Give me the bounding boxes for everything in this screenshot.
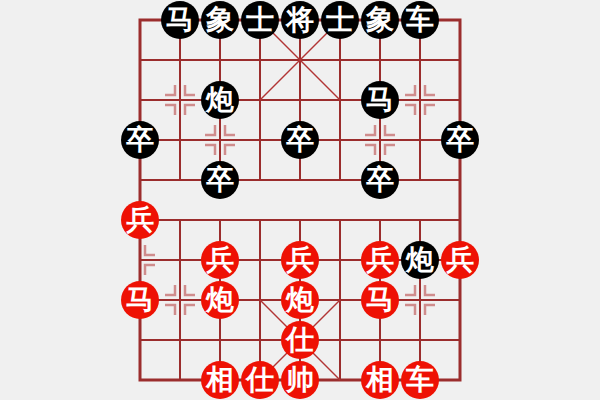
board-point[interactable]	[400, 320, 440, 360]
board-point[interactable]	[320, 360, 360, 400]
board-point[interactable]: 兵	[360, 240, 400, 280]
piece-black-general[interactable]: 将	[281, 1, 319, 39]
board-point[interactable]: 炮	[400, 240, 440, 280]
piece-black-elephant[interactable]: 象	[361, 1, 399, 39]
board-point[interactable]: 兵	[280, 240, 320, 280]
board-point[interactable]: 相	[360, 360, 400, 400]
board-point[interactable]: 卒	[200, 160, 240, 200]
board-point[interactable]	[120, 80, 160, 120]
piece-red-soldier[interactable]: 兵	[121, 201, 159, 239]
board-point[interactable]: 兵	[120, 200, 160, 240]
board-point[interactable]	[160, 120, 200, 160]
board-point[interactable]	[440, 160, 480, 200]
board-point[interactable]	[160, 360, 200, 400]
board-point[interactable]	[320, 240, 360, 280]
board-point[interactable]	[240, 240, 280, 280]
board-point[interactable]	[360, 320, 400, 360]
board-point[interactable]	[160, 280, 200, 320]
board-point[interactable]: 相	[200, 360, 240, 400]
board-point[interactable]: 象	[200, 0, 240, 40]
board-point[interactable]	[240, 320, 280, 360]
board-point[interactable]	[400, 120, 440, 160]
board-point[interactable]	[120, 40, 160, 80]
board-point[interactable]	[440, 0, 480, 40]
board-point[interactable]	[400, 160, 440, 200]
piece-red-cannon[interactable]: 炮	[281, 281, 319, 319]
board-point[interactable]	[400, 80, 440, 120]
board-point[interactable]: 马	[120, 280, 160, 320]
piece-red-chariot[interactable]: 车	[401, 361, 439, 399]
board-point[interactable]	[400, 280, 440, 320]
piece-black-elephant[interactable]: 象	[201, 1, 239, 39]
board-point[interactable]: 兵	[200, 240, 240, 280]
board-point[interactable]	[320, 120, 360, 160]
board-point[interactable]: 卒	[120, 120, 160, 160]
board-point[interactable]	[280, 160, 320, 200]
board-point[interactable]: 车	[400, 0, 440, 40]
board-point[interactable]	[240, 280, 280, 320]
board-point[interactable]	[120, 160, 160, 200]
piece-black-horse[interactable]: 马	[361, 81, 399, 119]
piece-red-soldier[interactable]: 兵	[441, 241, 479, 279]
piece-red-horse[interactable]: 马	[121, 281, 159, 319]
piece-red-horse[interactable]: 马	[361, 281, 399, 319]
board-point[interactable]	[320, 160, 360, 200]
piece-black-soldier[interactable]: 卒	[281, 121, 319, 159]
board-point[interactable]	[440, 280, 480, 320]
board-point[interactable]	[440, 200, 480, 240]
board-point[interactable]	[240, 160, 280, 200]
piece-red-advisor[interactable]: 仕	[281, 321, 319, 359]
piece-black-soldier[interactable]: 卒	[361, 161, 399, 199]
board-point[interactable]: 炮	[200, 280, 240, 320]
board-point[interactable]	[440, 40, 480, 80]
board-point[interactable]	[320, 280, 360, 320]
piece-black-soldier[interactable]: 卒	[441, 121, 479, 159]
board-point-grid: 马象士将士象车炮马卒卒卒卒卒兵兵兵兵炮兵马炮炮马仕相仕帅相车	[120, 0, 480, 400]
board-point[interactable]: 卒	[280, 120, 320, 160]
board-point[interactable]	[400, 200, 440, 240]
board-point[interactable]	[360, 120, 400, 160]
board-point[interactable]	[440, 320, 480, 360]
board-point[interactable]	[240, 80, 280, 120]
board-point[interactable]: 马	[360, 280, 400, 320]
board-point[interactable]: 仕	[240, 360, 280, 400]
piece-red-soldier[interactable]: 兵	[201, 241, 239, 279]
piece-black-soldier[interactable]: 卒	[121, 121, 159, 159]
board-point[interactable]	[440, 80, 480, 120]
board-point[interactable]	[200, 320, 240, 360]
board-point[interactable]	[280, 80, 320, 120]
board-point[interactable]: 仕	[280, 320, 320, 360]
board-point[interactable]: 士	[240, 0, 280, 40]
piece-black-chariot[interactable]: 车	[401, 1, 439, 39]
piece-red-cannon[interactable]: 炮	[201, 281, 239, 319]
board-point[interactable]: 象	[360, 0, 400, 40]
board-point[interactable]: 马	[360, 80, 400, 120]
board-point[interactable]: 卒	[360, 160, 400, 200]
board-point[interactable]	[160, 80, 200, 120]
board-point[interactable]	[160, 240, 200, 280]
board-point[interactable]: 兵	[440, 240, 480, 280]
piece-black-soldier[interactable]: 卒	[201, 161, 239, 199]
board-point[interactable]: 车	[400, 360, 440, 400]
board-point[interactable]: 马	[160, 0, 200, 40]
board-point[interactable]	[160, 200, 200, 240]
board-point[interactable]	[320, 80, 360, 120]
board-point[interactable]	[200, 200, 240, 240]
board-point[interactable]	[160, 160, 200, 200]
piece-black-cannon[interactable]: 炮	[401, 241, 439, 279]
board-point[interactable]	[360, 200, 400, 240]
piece-red-advisor[interactable]: 仕	[241, 361, 279, 399]
board-point[interactable]: 士	[320, 0, 360, 40]
board-point[interactable]	[280, 40, 320, 80]
board-point[interactable]: 炮	[280, 280, 320, 320]
board-point[interactable]	[160, 40, 200, 80]
piece-red-soldier[interactable]: 兵	[281, 241, 319, 279]
board-point[interactable]	[200, 40, 240, 80]
board-point[interactable]	[120, 240, 160, 280]
board-point[interactable]	[280, 200, 320, 240]
piece-black-horse[interactable]: 马	[161, 1, 199, 39]
board-point[interactable]	[320, 320, 360, 360]
board-point[interactable]	[360, 40, 400, 80]
board-point[interactable]	[320, 200, 360, 240]
board-point[interactable]	[320, 40, 360, 80]
piece-black-advisor[interactable]: 士	[321, 1, 359, 39]
board-point[interactable]	[120, 360, 160, 400]
piece-red-elephant[interactable]: 相	[361, 361, 399, 399]
board-point[interactable]: 帅	[280, 360, 320, 400]
board-point[interactable]: 卒	[440, 120, 480, 160]
board-point[interactable]	[240, 40, 280, 80]
board-point[interactable]: 将	[280, 0, 320, 40]
board-point[interactable]	[240, 200, 280, 240]
board-point[interactable]	[240, 120, 280, 160]
xiangqi-board: 马象士将士象车炮马卒卒卒卒卒兵兵兵兵炮兵马炮炮马仕相仕帅相车	[0, 0, 600, 400]
board-point[interactable]	[400, 40, 440, 80]
board-point[interactable]	[120, 320, 160, 360]
board-point[interactable]	[440, 360, 480, 400]
piece-black-cannon[interactable]: 炮	[201, 81, 239, 119]
board-point[interactable]	[200, 120, 240, 160]
piece-red-general[interactable]: 帅	[281, 361, 319, 399]
board-point[interactable]	[160, 320, 200, 360]
piece-red-elephant[interactable]: 相	[201, 361, 239, 399]
board-point[interactable]	[120, 0, 160, 40]
piece-black-advisor[interactable]: 士	[241, 1, 279, 39]
board-point[interactable]: 炮	[200, 80, 240, 120]
piece-red-soldier[interactable]: 兵	[361, 241, 399, 279]
